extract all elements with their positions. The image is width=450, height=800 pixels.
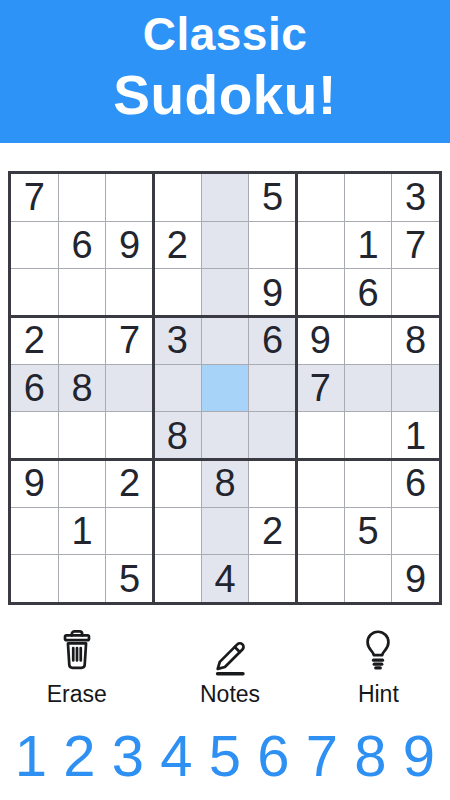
sudoku-cell-r6c9[interactable]: 1 xyxy=(392,412,439,459)
sudoku-cell-r5c9[interactable] xyxy=(392,365,439,412)
box-divider xyxy=(152,173,155,603)
sudoku-cell-r8c4[interactable] xyxy=(154,508,201,555)
sudoku-board: 7536921796273698687819286125549 xyxy=(8,171,442,605)
sudoku-cell-r4c1[interactable]: 2 xyxy=(11,317,58,364)
sudoku-cell-r4c2[interactable] xyxy=(59,317,106,364)
sudoku-cell-r2c9[interactable]: 7 xyxy=(392,222,439,269)
sudoku-cell-r7c3[interactable]: 2 xyxy=(106,460,153,507)
numpad-3[interactable]: 3 xyxy=(106,727,150,785)
sudoku-cell-r9c1[interactable] xyxy=(11,555,58,602)
sudoku-cell-r7c7[interactable] xyxy=(297,460,344,507)
sudoku-cell-r6c1[interactable] xyxy=(11,412,58,459)
sudoku-cell-r6c7[interactable] xyxy=(297,412,344,459)
sudoku-cell-r1c3[interactable] xyxy=(106,174,153,221)
numpad-8[interactable]: 8 xyxy=(349,727,393,785)
sudoku-cell-r3c5[interactable] xyxy=(202,269,249,316)
sudoku-cell-r9c2[interactable] xyxy=(59,555,106,602)
sudoku-cell-r7c2[interactable] xyxy=(59,460,106,507)
sudoku-cell-r8c9[interactable] xyxy=(392,508,439,555)
erase-button[interactable]: Erase xyxy=(47,625,107,707)
sudoku-cell-r1c7[interactable] xyxy=(297,174,344,221)
sudoku-cell-r9c8[interactable] xyxy=(345,555,392,602)
sudoku-cell-r8c2[interactable]: 1 xyxy=(59,508,106,555)
sudoku-cell-r3c4[interactable] xyxy=(154,269,201,316)
box-divider xyxy=(10,458,440,461)
sudoku-cell-r1c6[interactable]: 5 xyxy=(249,174,296,221)
hint-label: Hint xyxy=(358,681,399,707)
sudoku-cell-r4c7[interactable]: 9 xyxy=(297,317,344,364)
box-divider xyxy=(295,173,298,603)
sudoku-cell-r5c5[interactable] xyxy=(202,365,249,412)
sudoku-cell-r6c5[interactable] xyxy=(202,412,249,459)
sudoku-cell-r2c7[interactable] xyxy=(297,222,344,269)
sudoku-cell-r9c6[interactable] xyxy=(249,555,296,602)
sudoku-cell-r1c9[interactable]: 3 xyxy=(392,174,439,221)
sudoku-cell-r6c8[interactable] xyxy=(345,412,392,459)
sudoku-cell-r2c2[interactable]: 6 xyxy=(59,222,106,269)
sudoku-cell-r8c1[interactable] xyxy=(11,508,58,555)
sudoku-cell-r6c6[interactable] xyxy=(249,412,296,459)
sudoku-cell-r1c4[interactable] xyxy=(154,174,201,221)
sudoku-app: Classic Sudoku! 753692179627369868781928… xyxy=(0,0,450,800)
sudoku-cell-r7c5[interactable]: 8 xyxy=(202,460,249,507)
sudoku-cell-r6c3[interactable] xyxy=(106,412,153,459)
title-line-2: Sudoku! xyxy=(0,63,450,127)
numpad-2[interactable]: 2 xyxy=(58,727,102,785)
sudoku-cell-r4c3[interactable]: 7 xyxy=(106,317,153,364)
notes-label: Notes xyxy=(200,681,260,707)
sudoku-cell-r7c4[interactable] xyxy=(154,460,201,507)
notes-button[interactable]: Notes xyxy=(200,625,260,707)
sudoku-cell-r5c3[interactable] xyxy=(106,365,153,412)
sudoku-cell-r1c8[interactable] xyxy=(345,174,392,221)
sudoku-cell-r8c6[interactable]: 2 xyxy=(249,508,296,555)
sudoku-cell-r5c2[interactable]: 8 xyxy=(59,365,106,412)
sudoku-cell-r3c1[interactable] xyxy=(11,269,58,316)
numpad-5[interactable]: 5 xyxy=(203,727,247,785)
sudoku-cell-r1c1[interactable]: 7 xyxy=(11,174,58,221)
sudoku-cell-r6c4[interactable]: 8 xyxy=(154,412,201,459)
sudoku-cell-r5c8[interactable] xyxy=(345,365,392,412)
sudoku-cell-r3c6[interactable]: 9 xyxy=(249,269,296,316)
box-divider xyxy=(10,315,440,318)
sudoku-cell-r5c7[interactable]: 7 xyxy=(297,365,344,412)
sudoku-cell-r5c6[interactable] xyxy=(249,365,296,412)
sudoku-cell-r4c8[interactable] xyxy=(345,317,392,364)
hint-button[interactable]: Hint xyxy=(353,625,403,707)
sudoku-cell-r9c4[interactable] xyxy=(154,555,201,602)
sudoku-cell-r9c7[interactable] xyxy=(297,555,344,602)
sudoku-cell-r8c5[interactable] xyxy=(202,508,249,555)
erase-label: Erase xyxy=(47,681,107,707)
sudoku-cell-r2c1[interactable] xyxy=(11,222,58,269)
sudoku-cell-r2c5[interactable] xyxy=(202,222,249,269)
sudoku-cell-r2c4[interactable]: 2 xyxy=(154,222,201,269)
sudoku-cell-r8c8[interactable]: 5 xyxy=(345,508,392,555)
sudoku-cell-r7c6[interactable] xyxy=(249,460,296,507)
sudoku-cell-r4c4[interactable]: 3 xyxy=(154,317,201,364)
title-line-1: Classic xyxy=(0,5,450,63)
numpad: 1 2 3 4 5 6 7 8 9 xyxy=(0,718,450,794)
trash-icon xyxy=(52,625,102,677)
sudoku-cell-r1c5[interactable] xyxy=(202,174,249,221)
sudoku-cell-r3c7[interactable] xyxy=(297,269,344,316)
sudoku-cell-r1c2[interactable] xyxy=(59,174,106,221)
sudoku-cell-r2c8[interactable]: 1 xyxy=(345,222,392,269)
sudoku-cell-r3c3[interactable] xyxy=(106,269,153,316)
sudoku-cell-r3c9[interactable] xyxy=(392,269,439,316)
sudoku-cell-r4c5[interactable] xyxy=(202,317,249,364)
sudoku-cell-r8c3[interactable] xyxy=(106,508,153,555)
sudoku-cell-r3c8[interactable]: 6 xyxy=(345,269,392,316)
sudoku-cell-r9c5[interactable]: 4 xyxy=(202,555,249,602)
sudoku-cell-r5c1[interactable]: 6 xyxy=(11,365,58,412)
sudoku-cell-r4c9[interactable]: 8 xyxy=(392,317,439,364)
sudoku-cell-r4c6[interactable]: 6 xyxy=(249,317,296,364)
toolbar: Erase Notes Hint xyxy=(0,625,450,707)
sudoku-cell-r7c9[interactable]: 6 xyxy=(392,460,439,507)
sudoku-cell-r2c3[interactable]: 9 xyxy=(106,222,153,269)
numpad-1[interactable]: 1 xyxy=(9,727,53,785)
sudoku-cell-r9c9[interactable]: 9 xyxy=(392,555,439,602)
lightbulb-icon xyxy=(353,625,403,677)
pencil-icon xyxy=(205,625,255,677)
numpad-6[interactable]: 6 xyxy=(252,727,296,785)
numpad-4[interactable]: 4 xyxy=(155,727,199,785)
sudoku-cell-r2c6[interactable] xyxy=(249,222,296,269)
app-header: Classic Sudoku! xyxy=(0,0,450,143)
sudoku-cell-r3c2[interactable] xyxy=(59,269,106,316)
numpad-7[interactable]: 7 xyxy=(300,727,344,785)
numpad-9[interactable]: 9 xyxy=(397,727,441,785)
sudoku-cell-r9c3[interactable]: 5 xyxy=(106,555,153,602)
sudoku-cell-r8c7[interactable] xyxy=(297,508,344,555)
sudoku-cell-r7c1[interactable]: 9 xyxy=(11,460,58,507)
sudoku-cell-r7c8[interactable] xyxy=(345,460,392,507)
sudoku-cell-r5c4[interactable] xyxy=(154,365,201,412)
sudoku-cell-r6c2[interactable] xyxy=(59,412,106,459)
